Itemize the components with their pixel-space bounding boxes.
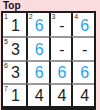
cell-r1c4[interactable]: 4 6: [71, 13, 94, 36]
cell-value: 6: [80, 18, 89, 34]
cell-r2c2[interactable]: 6: [26, 36, 49, 59]
board-title: Top: [3, 0, 21, 11]
cell-value: 6: [35, 42, 44, 58]
clue-number: 1: [4, 13, 8, 21]
clue-number: 7: [4, 85, 8, 93]
cell-value: -: [59, 18, 64, 34]
cell-r4c3[interactable]: 4: [49, 83, 72, 106]
clue-number: 4: [74, 13, 78, 21]
cell-value: 4: [35, 88, 44, 104]
cell-value: 6: [35, 18, 44, 34]
cell-value: 6: [80, 65, 89, 81]
cell-r4c1[interactable]: 7 1: [3, 83, 26, 106]
clue-number: 6: [4, 62, 8, 70]
cell-value: 4: [80, 88, 89, 104]
cell-value: 1: [11, 18, 20, 34]
cell-r3c2[interactable]: 6: [26, 60, 49, 83]
cell-value: 4: [57, 88, 66, 104]
clue-number: 2: [29, 13, 33, 21]
cell-value: -: [82, 42, 87, 58]
cell-r4c2[interactable]: 4: [26, 83, 49, 106]
cell-r2c3[interactable]: -: [49, 36, 72, 59]
clue-number: 3: [52, 13, 56, 21]
cell-value: 6: [57, 65, 66, 81]
cell-r1c2[interactable]: 2 6: [26, 13, 49, 36]
clue-number: 5: [4, 38, 8, 46]
cell-value: 6: [35, 65, 44, 81]
cell-r2c4[interactable]: -: [71, 36, 94, 59]
cell-r2c1[interactable]: 5 3: [3, 36, 26, 59]
cell-value: 3: [11, 42, 20, 58]
cell-value: 3: [11, 65, 20, 81]
cell-r3c1[interactable]: 6 3: [3, 60, 26, 83]
cell-value: 1: [11, 88, 20, 104]
puzzle-grid: 1 1 2 6 3 - 4 6 5 3 6 - -: [1, 11, 96, 110]
cell-r3c4[interactable]: 6: [71, 60, 94, 83]
cell-r1c3[interactable]: 3 -: [49, 13, 72, 36]
cell-value: -: [59, 42, 64, 58]
puzzle-screen: Top 1 1 2 6 3 - 4 6 5 3 6 -: [0, 0, 100, 110]
cell-r1c1[interactable]: 1 1: [3, 13, 26, 36]
cell-r4c4[interactable]: 4: [71, 83, 94, 106]
cell-r3c3[interactable]: 6: [49, 60, 72, 83]
